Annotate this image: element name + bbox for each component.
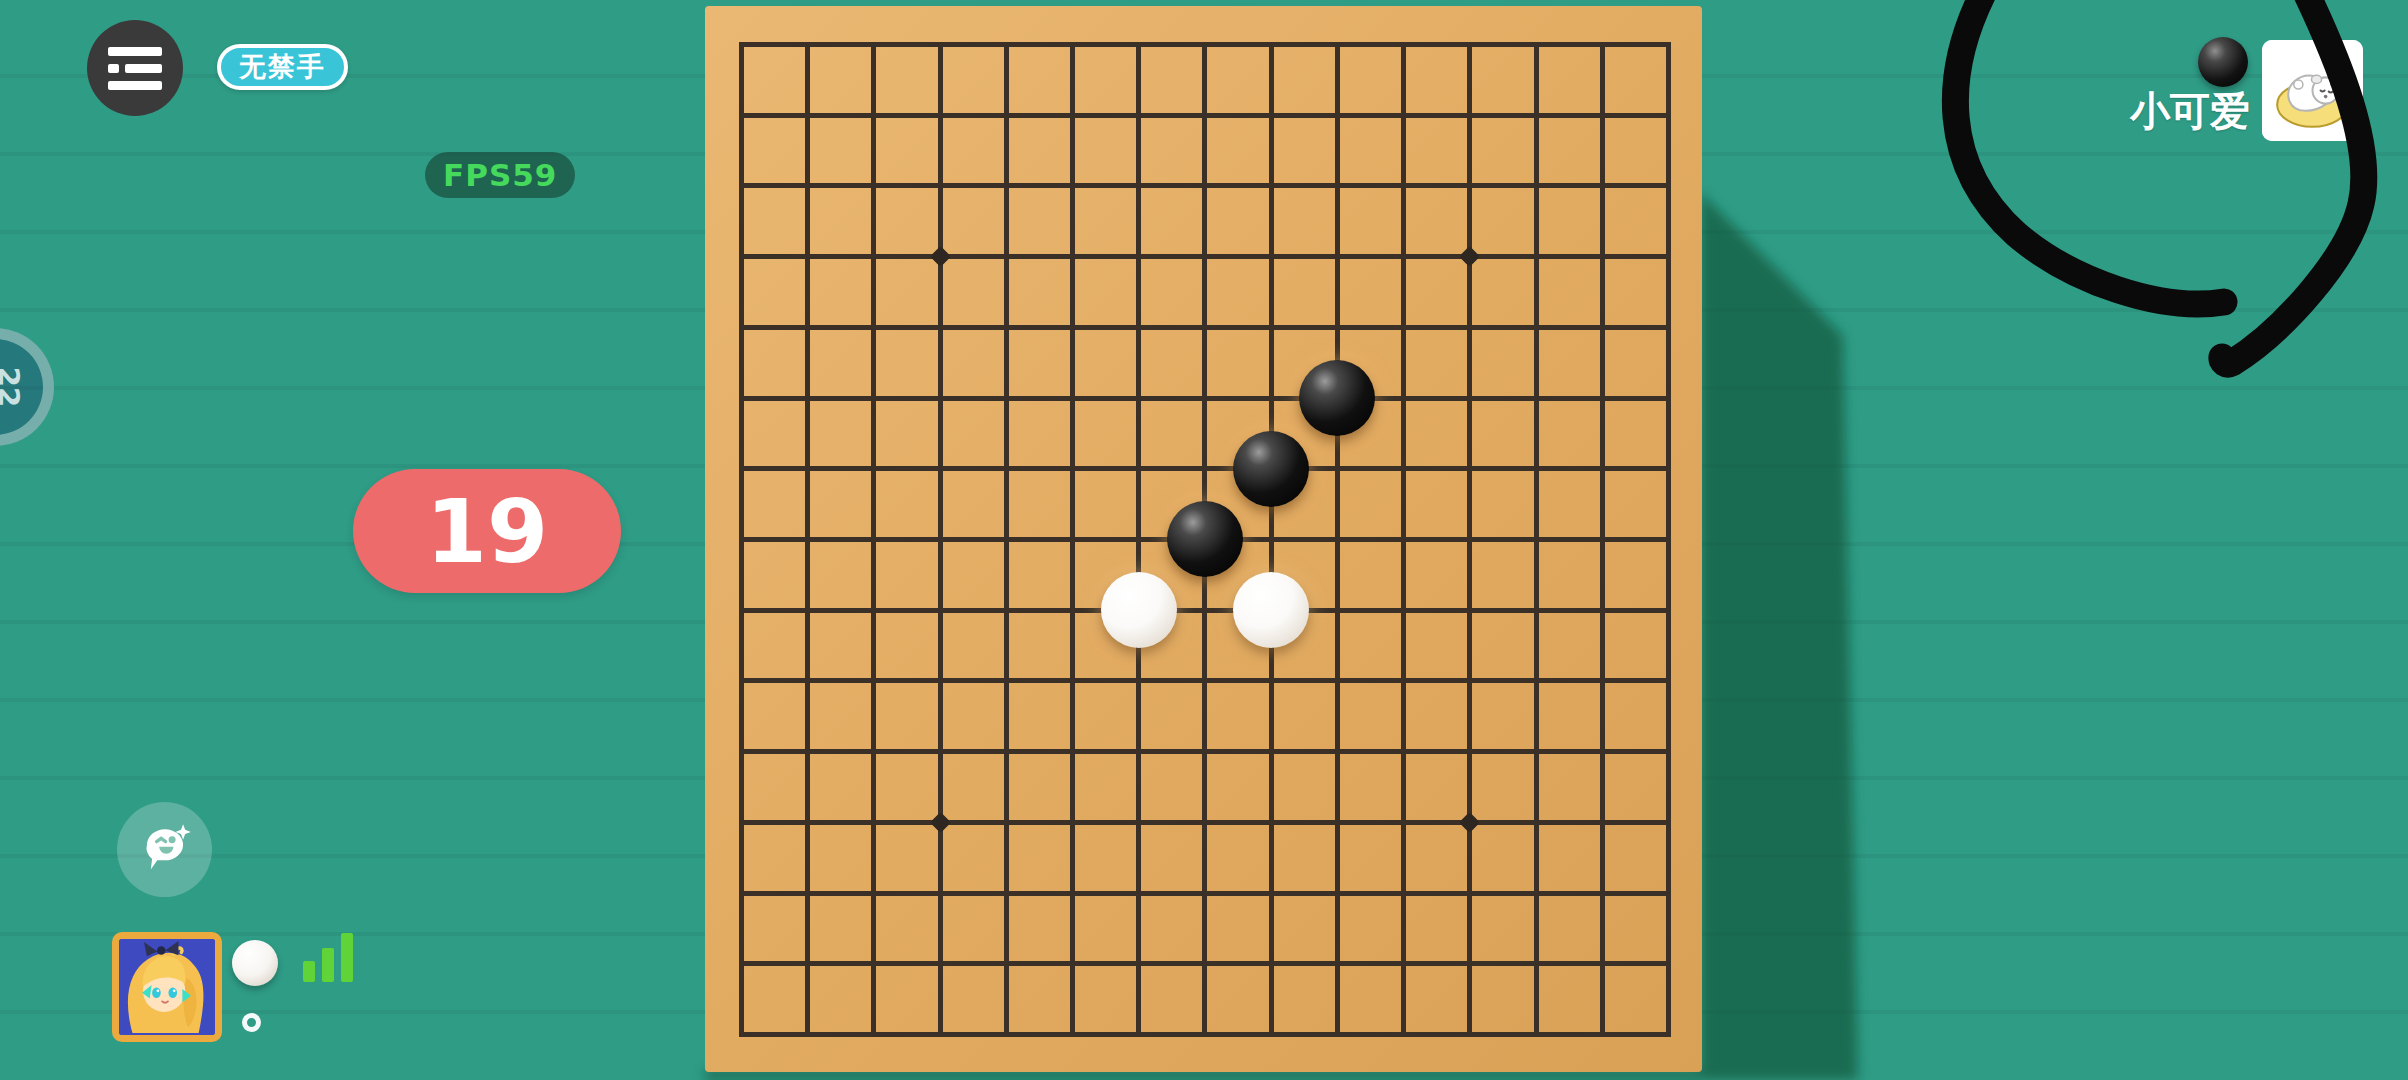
rule-badge-label: 无禁手 (239, 49, 326, 85)
edge-floating-widget[interactable]: 22 (0, 328, 54, 446)
chat-emote-icon (134, 819, 196, 881)
stone-white-G7 (1101, 572, 1177, 648)
star-point (930, 246, 951, 267)
grid-line (739, 608, 1671, 613)
menu-button[interactable] (87, 20, 183, 116)
edge-widget-value: 22 (0, 367, 26, 407)
opponent-stone-color-indicator (2198, 37, 2248, 87)
opponent-avatar-image (2262, 40, 2363, 141)
rule-badge: 无禁手 (217, 44, 348, 90)
connection-signal-bars (303, 933, 357, 982)
grid-line (1335, 42, 1340, 1037)
my-avatar-image (119, 939, 215, 1035)
chat-emote-button[interactable] (117, 802, 212, 897)
stone-black-H8 (1167, 501, 1243, 577)
grid-line (1666, 42, 1671, 1037)
star-point (1459, 812, 1480, 833)
my-player-name (242, 1013, 261, 1032)
my-stone-color-indicator (232, 940, 278, 986)
grid-line (739, 961, 1671, 966)
my-avatar[interactable] (112, 932, 222, 1042)
grid-line (739, 820, 1671, 825)
fps-label: FPS59 (443, 157, 557, 193)
grid-line (1269, 42, 1274, 1037)
stone-black-I9 (1233, 431, 1309, 507)
grid-line (739, 678, 1671, 683)
opponent-name: 小可爱 (2118, 84, 2262, 139)
grid-line (739, 891, 1671, 896)
grid-line (1467, 42, 1472, 1037)
grid-line (739, 749, 1671, 754)
fps-counter: FPS59 (425, 152, 575, 198)
grid-line (739, 1032, 1671, 1037)
timer-seconds: 19 (426, 480, 548, 583)
stone-white-I7 (1233, 572, 1309, 648)
hamburger-menu-icon (108, 47, 162, 90)
grid-line (1401, 42, 1406, 1037)
star-point (930, 812, 951, 833)
move-timer: 19 (353, 469, 621, 593)
grid-line (1600, 42, 1605, 1037)
opponent-avatar[interactable] (2262, 40, 2363, 141)
gomoku-board[interactable] (705, 6, 1702, 1072)
game-screen: 无禁手 FPS59 19 22 (0, 0, 2408, 1080)
stone-black-J10 (1299, 360, 1375, 436)
star-point (1459, 246, 1480, 267)
grid-line (1534, 42, 1539, 1037)
